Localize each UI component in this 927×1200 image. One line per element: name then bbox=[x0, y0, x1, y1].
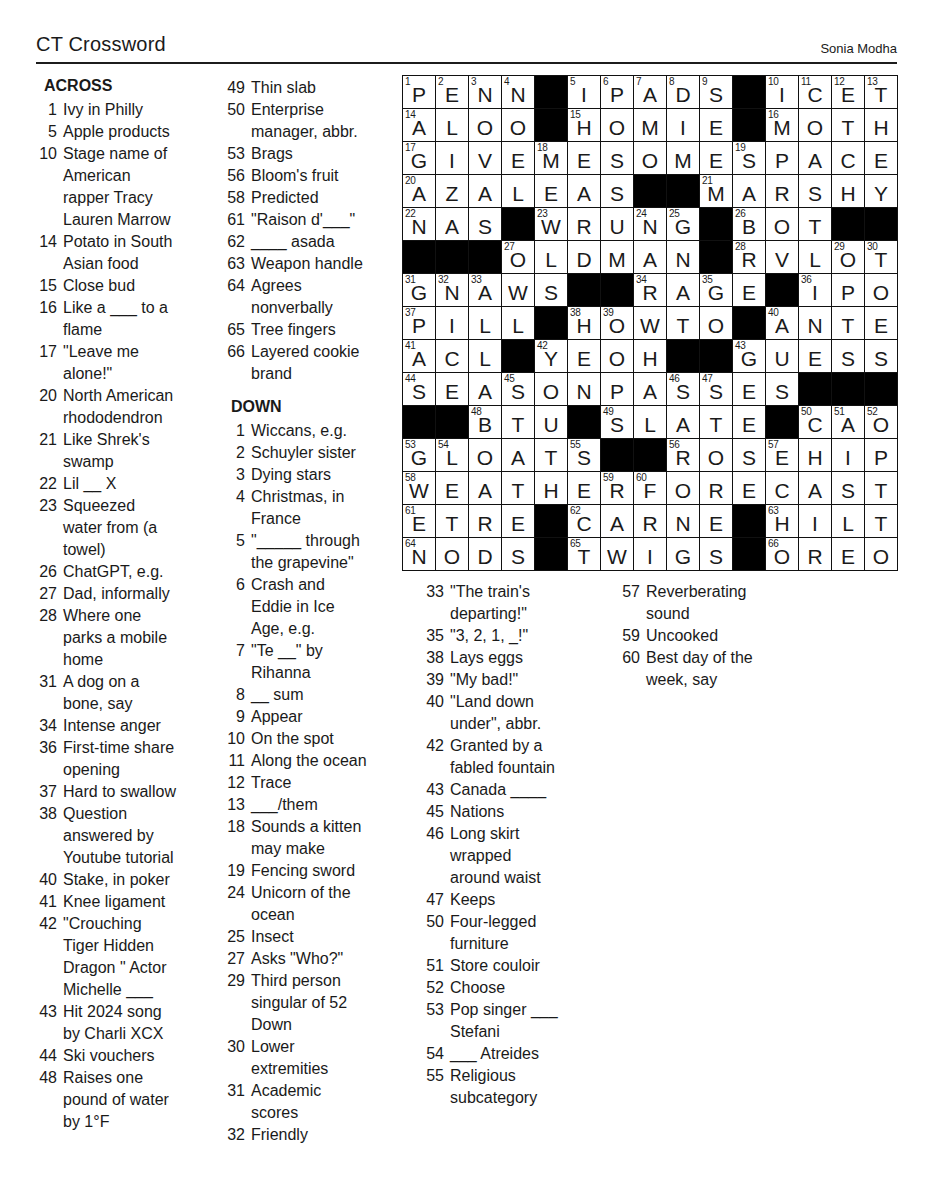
block-cell bbox=[832, 208, 864, 240]
cell-letter: E bbox=[412, 513, 426, 534]
grid-cell[interactable]: S bbox=[601, 175, 633, 207]
grid-cell[interactable]: I bbox=[799, 505, 831, 537]
clue-text: Asks "Who?" bbox=[251, 948, 367, 970]
grid-cell[interactable]: O bbox=[436, 538, 468, 570]
grid-cell[interactable]: C bbox=[436, 340, 468, 372]
grid-cell[interactable]: N bbox=[568, 373, 600, 405]
grid-cell[interactable]: 15H bbox=[568, 109, 600, 141]
clue-text: Fencing sword bbox=[251, 860, 367, 882]
grid-cell[interactable]: T bbox=[865, 505, 897, 537]
grid-cell[interactable]: 12E bbox=[832, 76, 864, 108]
grid-cell[interactable]: D bbox=[568, 241, 600, 273]
grid-cell[interactable]: R bbox=[568, 208, 600, 240]
grid-cell[interactable]: G bbox=[667, 538, 699, 570]
cell-letter: A bbox=[808, 480, 822, 501]
grid-cell[interactable]: 49S bbox=[601, 406, 633, 438]
clue-column-2: 49Thin slab50Enterprise manager, abbr.53… bbox=[221, 77, 367, 1146]
grid-cell[interactable]: O bbox=[667, 472, 699, 504]
grid-cell[interactable]: 57E bbox=[766, 439, 798, 471]
clue-text: ___ Atreides bbox=[450, 1043, 562, 1065]
cell-letter: I bbox=[845, 447, 851, 468]
clue-text: ___/them bbox=[251, 794, 367, 816]
grid-cell[interactable]: C bbox=[766, 472, 798, 504]
grid-cell[interactable]: O bbox=[502, 109, 534, 141]
clue-number: 42 bbox=[420, 735, 444, 757]
clue-number: 24 bbox=[221, 882, 245, 904]
grid-cell[interactable]: R bbox=[469, 505, 501, 537]
grid-cell[interactable]: 30T bbox=[865, 241, 897, 273]
grid-cell[interactable]: N bbox=[667, 505, 699, 537]
grid-cell[interactable]: C bbox=[832, 142, 864, 174]
grid-cell[interactable]: O bbox=[469, 109, 501, 141]
grid-cell[interactable]: V bbox=[766, 241, 798, 273]
grid-cell[interactable]: 63H bbox=[766, 505, 798, 537]
grid-cell[interactable]: S bbox=[601, 142, 633, 174]
clue-number: 5 bbox=[33, 121, 57, 143]
grid-cell[interactable]: H bbox=[865, 109, 897, 141]
cell-letter: M bbox=[674, 150, 692, 171]
grid-cell[interactable]: 13T bbox=[865, 76, 897, 108]
block-cell bbox=[700, 208, 732, 240]
grid-cell[interactable]: 14A bbox=[403, 109, 435, 141]
grid-cell[interactable]: 3N bbox=[469, 76, 501, 108]
grid-cell[interactable]: 31G bbox=[403, 274, 435, 306]
grid-cell[interactable]: 1P bbox=[403, 76, 435, 108]
clue-number: 36 bbox=[33, 737, 57, 759]
grid-cell[interactable]: S bbox=[733, 439, 765, 471]
grid-cell[interactable]: I bbox=[832, 439, 864, 471]
cell-letter: L bbox=[545, 249, 557, 270]
grid-cell[interactable]: A bbox=[469, 373, 501, 405]
grid-cell[interactable]: A bbox=[502, 439, 534, 471]
grid-cell[interactable]: O bbox=[700, 307, 732, 339]
cell-letter: G bbox=[411, 150, 427, 171]
grid-cell[interactable]: S bbox=[502, 538, 534, 570]
block-cell bbox=[733, 505, 765, 537]
clue-number: 31 bbox=[33, 671, 57, 693]
grid-cell[interactable]: A bbox=[667, 406, 699, 438]
grid-cell[interactable]: S bbox=[799, 175, 831, 207]
grid-cell[interactable]: R bbox=[799, 538, 831, 570]
cell-letter: E bbox=[445, 84, 459, 105]
cell-letter: A bbox=[478, 282, 492, 303]
grid-cell[interactable]: 38H bbox=[568, 307, 600, 339]
grid-cell[interactable]: W bbox=[634, 307, 666, 339]
cell-number: 18 bbox=[537, 143, 548, 153]
grid-cell[interactable]: A bbox=[601, 505, 633, 537]
grid-cell[interactable]: S bbox=[700, 538, 732, 570]
grid-cell[interactable]: A bbox=[436, 208, 468, 240]
clue-number: 40 bbox=[33, 869, 57, 891]
cell-letter: A bbox=[577, 183, 591, 204]
cell-letter: S bbox=[874, 348, 888, 369]
cell-letter: P bbox=[610, 381, 624, 402]
grid-cell[interactable]: R bbox=[634, 505, 666, 537]
clue-text: __ sum bbox=[251, 684, 367, 706]
cell-letter: T bbox=[875, 84, 888, 105]
grid-cell[interactable]: 10I bbox=[766, 76, 798, 108]
grid-cell[interactable]: E bbox=[502, 142, 534, 174]
clue-number: 15 bbox=[33, 275, 57, 297]
grid-cell[interactable]: M bbox=[667, 142, 699, 174]
grid-cell[interactable]: D bbox=[469, 538, 501, 570]
grid-cell[interactable]: A bbox=[799, 142, 831, 174]
grid-cell[interactable]: T bbox=[799, 208, 831, 240]
grid-cell[interactable]: 7A bbox=[634, 76, 666, 108]
grid-cell[interactable]: 20A bbox=[403, 175, 435, 207]
grid-cell[interactable]: 2E bbox=[436, 76, 468, 108]
grid-cell[interactable]: A bbox=[667, 274, 699, 306]
grid-cell[interactable]: A bbox=[469, 472, 501, 504]
cell-letter: U bbox=[543, 414, 558, 435]
clue-number: 53 bbox=[420, 999, 444, 1021]
grid-cell[interactable]: E bbox=[700, 109, 732, 141]
grid-cell[interactable]: Y bbox=[865, 175, 897, 207]
cell-letter: A bbox=[676, 282, 690, 303]
clue-text: Ski vouchers bbox=[63, 1045, 176, 1067]
grid-cell[interactable]: 18M bbox=[535, 142, 567, 174]
clue-number: 27 bbox=[221, 948, 245, 970]
cell-letter: E bbox=[808, 348, 822, 369]
grid-cell[interactable]: V bbox=[469, 142, 501, 174]
grid-cell[interactable]: 48B bbox=[469, 406, 501, 438]
grid-cell[interactable]: O bbox=[634, 142, 666, 174]
cell-number: 5 bbox=[570, 77, 575, 87]
grid-cell[interactable]: E bbox=[568, 142, 600, 174]
grid-cell[interactable]: E bbox=[799, 340, 831, 372]
grid-cell[interactable]: A bbox=[799, 472, 831, 504]
cell-number: 17 bbox=[405, 143, 416, 153]
grid-cell[interactable]: 9S bbox=[700, 76, 732, 108]
grid-cell[interactable]: T bbox=[700, 406, 732, 438]
grid-cell[interactable]: 36I bbox=[799, 274, 831, 306]
cell-letter: Y bbox=[874, 183, 888, 204]
grid-cell[interactable]: 4N bbox=[502, 76, 534, 108]
grid-cell[interactable]: 65T bbox=[568, 538, 600, 570]
grid-cell[interactable]: E bbox=[700, 505, 732, 537]
grid-cell[interactable]: S bbox=[766, 373, 798, 405]
grid-cell[interactable]: L bbox=[436, 109, 468, 141]
grid-cell[interactable]: 53G bbox=[403, 439, 435, 471]
cell-letter: N bbox=[642, 216, 657, 237]
cell-letter: A bbox=[478, 480, 492, 501]
grid-cell[interactable]: T bbox=[436, 505, 468, 537]
grid-cell[interactable]: H bbox=[832, 175, 864, 207]
cell-letter: A bbox=[412, 348, 426, 369]
grid-cell[interactable]: T bbox=[667, 307, 699, 339]
across-clue: 48Raises one pound of water by 1°F bbox=[33, 1067, 176, 1133]
grid-cell[interactable]: E bbox=[733, 472, 765, 504]
grid-cell[interactable]: 56R bbox=[667, 439, 699, 471]
grid-cell[interactable]: P bbox=[865, 439, 897, 471]
clue-text: Long skirt wrapped around waist bbox=[450, 823, 562, 889]
grid-cell[interactable]: W bbox=[502, 274, 534, 306]
cell-letter: L bbox=[512, 183, 524, 204]
grid-cell[interactable]: N bbox=[667, 241, 699, 273]
grid-cell[interactable]: 64N bbox=[403, 538, 435, 570]
cell-number: 46 bbox=[669, 374, 680, 384]
across-clue: 42"Crouching Tiger Hidden Dragon " Actor… bbox=[33, 913, 176, 1001]
cell-letter: L bbox=[446, 117, 458, 138]
grid-cell[interactable]: 51A bbox=[832, 406, 864, 438]
grid-cell[interactable]: R bbox=[766, 175, 798, 207]
cell-letter: O bbox=[510, 249, 526, 270]
grid-cell[interactable]: H bbox=[535, 472, 567, 504]
grid-cell[interactable]: 58W bbox=[403, 472, 435, 504]
clue-text: Schuyler sister bbox=[251, 442, 367, 464]
clue-number: 51 bbox=[420, 955, 444, 977]
grid-cell[interactable]: O bbox=[799, 109, 831, 141]
grid-cell[interactable]: T bbox=[832, 307, 864, 339]
grid-cell[interactable]: 28R bbox=[733, 241, 765, 273]
grid-cell[interactable]: E bbox=[568, 340, 600, 372]
grid-cell[interactable]: 61E bbox=[403, 505, 435, 537]
grid-cell[interactable]: 19S bbox=[733, 142, 765, 174]
across-clue: 23Squeezed water from (a towel) bbox=[33, 495, 176, 561]
clue-text: A dog on a bone, say bbox=[63, 671, 176, 715]
clue-text: First-time share opening bbox=[63, 737, 176, 781]
clue-text: Appear bbox=[251, 706, 367, 728]
grid-cell[interactable]: A bbox=[733, 175, 765, 207]
grid-cell[interactable]: 40A bbox=[766, 307, 798, 339]
clue-text: Religious subcategory bbox=[450, 1065, 562, 1109]
cell-letter: E bbox=[709, 150, 723, 171]
page-title: CT Crossword bbox=[36, 33, 166, 56]
grid-cell[interactable]: A bbox=[568, 175, 600, 207]
grid-cell[interactable]: 27O bbox=[502, 241, 534, 273]
grid-cell[interactable]: I bbox=[634, 538, 666, 570]
cell-number: 27 bbox=[504, 242, 515, 252]
clue-text: Question answered by Youtube tutorial bbox=[63, 803, 176, 869]
grid-cell[interactable]: 39O bbox=[601, 307, 633, 339]
grid-cell[interactable]: 22N bbox=[403, 208, 435, 240]
clue-number: 49 bbox=[221, 77, 245, 99]
cell-letter: I bbox=[449, 315, 455, 336]
clue-text: Where one parks a mobile home bbox=[63, 605, 176, 671]
clue-text: Thin slab bbox=[251, 77, 367, 99]
grid-cell[interactable]: 32N bbox=[436, 274, 468, 306]
cell-letter: A bbox=[445, 216, 459, 237]
grid-cell[interactable]: 35G bbox=[700, 274, 732, 306]
grid-cell[interactable]: E bbox=[568, 472, 600, 504]
across-clue: 36First-time share opening bbox=[33, 737, 176, 781]
grid-cell[interactable]: E bbox=[733, 373, 765, 405]
grid-cell[interactable]: S bbox=[535, 274, 567, 306]
grid-cell[interactable]: E bbox=[535, 175, 567, 207]
block-cell bbox=[700, 241, 732, 273]
grid-cell[interactable]: P bbox=[601, 373, 633, 405]
down-clue: 30Lower extremities bbox=[221, 1036, 367, 1080]
cell-letter: C bbox=[807, 414, 822, 435]
grid-cell[interactable]: L bbox=[832, 505, 864, 537]
grid-cell[interactable]: H bbox=[634, 340, 666, 372]
grid-cell[interactable]: E bbox=[436, 373, 468, 405]
grid-cell[interactable]: 59R bbox=[601, 472, 633, 504]
cell-letter: T bbox=[809, 216, 822, 237]
clue-text: Third person singular of 52 Down bbox=[251, 970, 367, 1036]
cell-number: 36 bbox=[801, 275, 812, 285]
grid-cell[interactable]: T bbox=[502, 472, 534, 504]
grid-cell[interactable]: 24N bbox=[634, 208, 666, 240]
grid-cell[interactable]: 50C bbox=[799, 406, 831, 438]
grid-cell[interactable]: 54L bbox=[436, 439, 468, 471]
grid-cell[interactable]: E bbox=[733, 274, 765, 306]
grid-cell[interactable]: E bbox=[865, 142, 897, 174]
grid-cell[interactable]: S bbox=[865, 340, 897, 372]
grid-cell[interactable]: 41A bbox=[403, 340, 435, 372]
clue-number: 34 bbox=[33, 715, 57, 737]
across-clue: 58Predicted bbox=[221, 187, 367, 209]
grid-cell[interactable]: P bbox=[832, 274, 864, 306]
grid-cell[interactable]: O bbox=[766, 208, 798, 240]
clue-text: Friendly bbox=[251, 1124, 367, 1146]
grid-cell[interactable]: M bbox=[634, 109, 666, 141]
grid-cell[interactable]: O bbox=[700, 439, 732, 471]
grid-cell[interactable]: W bbox=[601, 538, 633, 570]
grid-cell[interactable]: R bbox=[700, 472, 732, 504]
grid-cell[interactable]: A bbox=[469, 175, 501, 207]
grid-cell[interactable]: 34R bbox=[634, 274, 666, 306]
grid-cell[interactable]: N bbox=[799, 307, 831, 339]
clue-text: Layered cookie brand bbox=[251, 341, 367, 385]
grid-cell[interactable]: P bbox=[766, 142, 798, 174]
grid-cell[interactable]: L bbox=[634, 406, 666, 438]
grid-cell[interactable]: 23W bbox=[535, 208, 567, 240]
grid-cell[interactable]: 33A bbox=[469, 274, 501, 306]
grid-cell[interactable]: O bbox=[601, 109, 633, 141]
clue-text: Knee ligament bbox=[63, 891, 176, 913]
grid-cell[interactable]: L bbox=[502, 175, 534, 207]
grid-cell[interactable]: O bbox=[601, 340, 633, 372]
grid-cell[interactable]: 52O bbox=[865, 406, 897, 438]
cell-letter: W bbox=[640, 315, 660, 336]
grid-cell[interactable]: E bbox=[865, 307, 897, 339]
grid-cell[interactable]: 43G bbox=[733, 340, 765, 372]
grid-cell[interactable]: E bbox=[502, 505, 534, 537]
grid-cell[interactable]: T bbox=[535, 439, 567, 471]
grid-cell[interactable]: E bbox=[436, 472, 468, 504]
cell-letter: A bbox=[676, 414, 690, 435]
grid-cell[interactable]: L bbox=[799, 241, 831, 273]
grid-cell[interactable]: S bbox=[469, 208, 501, 240]
grid-cell[interactable]: Z bbox=[436, 175, 468, 207]
grid-cell[interactable]: L bbox=[535, 241, 567, 273]
grid-cell[interactable]: O bbox=[865, 538, 897, 570]
cell-letter: S bbox=[544, 282, 558, 303]
across-clue: 43Hit 2024 song by Charli XCX bbox=[33, 1001, 176, 1045]
grid-cell[interactable]: E bbox=[733, 406, 765, 438]
grid-cell[interactable]: T bbox=[502, 406, 534, 438]
grid-cell[interactable]: 21M bbox=[700, 175, 732, 207]
down-clue: 5"_____ through the grapevine" bbox=[221, 530, 367, 574]
clue-text: Reverberating sound bbox=[646, 581, 784, 625]
grid-cell[interactable]: E bbox=[832, 538, 864, 570]
cell-letter: E bbox=[709, 513, 723, 534]
cell-letter: S bbox=[412, 381, 426, 402]
grid-cell[interactable]: 46S bbox=[667, 373, 699, 405]
cell-letter: Z bbox=[446, 183, 459, 204]
cell-letter: P bbox=[610, 84, 624, 105]
grid-cell[interactable]: 5I bbox=[568, 76, 600, 108]
grid-cell[interactable]: 11C bbox=[799, 76, 831, 108]
down-clue: 29Third person singular of 52 Down bbox=[221, 970, 367, 1036]
grid-cell[interactable]: U bbox=[766, 340, 798, 372]
cell-letter: E bbox=[742, 282, 756, 303]
cell-letter: U bbox=[609, 216, 624, 237]
across-clue: 37Hard to swallow bbox=[33, 781, 176, 803]
grid-cell[interactable]: I bbox=[436, 142, 468, 174]
clue-number: 41 bbox=[33, 891, 57, 913]
grid-cell[interactable]: A bbox=[634, 373, 666, 405]
grid-cell[interactable]: S bbox=[832, 472, 864, 504]
down-clue: 6Crash and Eddie in Ice Age, e.g. bbox=[221, 574, 367, 640]
grid-cell[interactable]: 66O bbox=[766, 538, 798, 570]
grid-cell[interactable]: 37P bbox=[403, 307, 435, 339]
grid-cell[interactable]: 44S bbox=[403, 373, 435, 405]
grid-cell[interactable]: H bbox=[799, 439, 831, 471]
grid-cell[interactable]: 62C bbox=[568, 505, 600, 537]
grid-cell[interactable]: 8D bbox=[667, 76, 699, 108]
down-clue: 32Friendly bbox=[221, 1124, 367, 1146]
grid-cell[interactable]: A bbox=[634, 241, 666, 273]
grid-cell[interactable]: 29O bbox=[832, 241, 864, 273]
grid-cell[interactable]: 6P bbox=[601, 76, 633, 108]
cell-letter: N bbox=[510, 84, 525, 105]
grid-cell[interactable]: 17G bbox=[403, 142, 435, 174]
grid-cell[interactable]: O bbox=[535, 373, 567, 405]
clue-number: 33 bbox=[420, 581, 444, 603]
grid-cell[interactable]: 26B bbox=[733, 208, 765, 240]
down-clue: 53Pop singer ___ Stefani bbox=[420, 999, 562, 1043]
grid-cell[interactable]: L bbox=[469, 340, 501, 372]
cell-letter: A bbox=[775, 315, 789, 336]
grid-cell[interactable]: S bbox=[832, 340, 864, 372]
grid-cell[interactable]: E bbox=[700, 142, 732, 174]
grid-cell[interactable]: 47S bbox=[700, 373, 732, 405]
grid-cell[interactable]: M bbox=[601, 241, 633, 273]
grid-cell[interactable]: 45S bbox=[502, 373, 534, 405]
cell-letter: O bbox=[774, 216, 790, 237]
grid-cell[interactable]: 16M bbox=[766, 109, 798, 141]
across-clue: 40Stake, in poker bbox=[33, 869, 176, 891]
clue-text: Like a ___ to a flame bbox=[63, 297, 176, 341]
down-clue: 55Religious subcategory bbox=[420, 1065, 562, 1109]
cell-number: 56 bbox=[669, 440, 680, 450]
cell-number: 15 bbox=[570, 110, 581, 120]
cell-letter: G bbox=[741, 348, 757, 369]
grid-cell[interactable]: U bbox=[601, 208, 633, 240]
grid-cell[interactable]: O bbox=[865, 274, 897, 306]
grid-cell[interactable]: L bbox=[469, 307, 501, 339]
down-clue: 50Four-legged furniture bbox=[420, 911, 562, 955]
grid-cell[interactable]: L bbox=[502, 307, 534, 339]
grid-cell[interactable]: 25G bbox=[667, 208, 699, 240]
grid-cell[interactable]: T bbox=[832, 109, 864, 141]
cell-number: 45 bbox=[504, 374, 515, 384]
cell-letter: O bbox=[840, 249, 856, 270]
grid-cell[interactable]: U bbox=[535, 406, 567, 438]
grid-cell[interactable]: T bbox=[865, 472, 897, 504]
grid-cell[interactable]: 42Y bbox=[535, 340, 567, 372]
clue-number: 35 bbox=[420, 625, 444, 647]
grid-cell[interactable]: 60F bbox=[634, 472, 666, 504]
grid-cell[interactable]: I bbox=[667, 109, 699, 141]
block-cell bbox=[502, 340, 534, 372]
grid-cell[interactable]: O bbox=[469, 439, 501, 471]
grid-cell[interactable]: I bbox=[436, 307, 468, 339]
grid-cell[interactable]: 55S bbox=[568, 439, 600, 471]
cell-number: 41 bbox=[405, 341, 416, 351]
